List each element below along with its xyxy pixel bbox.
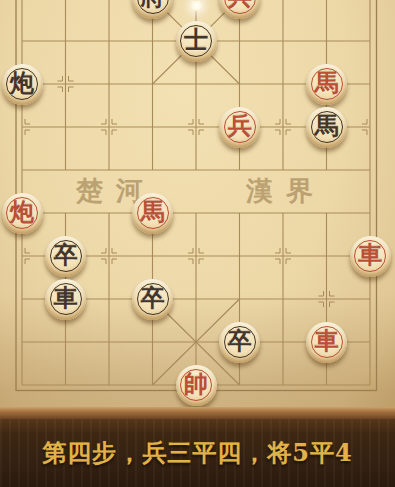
- piece-character: 車: [54, 286, 78, 310]
- piece-black-pawn[interactable]: 卒: [132, 279, 173, 320]
- piece-engraved-ring: 卒: [50, 240, 82, 272]
- piece-engraved-ring: 馬: [311, 68, 343, 100]
- xiangqi-screen: 楚河 漢界 將兵士炮馬兵馬炮馬卒車車卒卒車帥 第四步，兵三平四，将5平4: [0, 0, 395, 487]
- piece-engraved-ring: 炮: [6, 197, 38, 229]
- piece-red-chariot[interactable]: 車: [306, 322, 347, 363]
- piece-engraved-ring: 卒: [224, 326, 256, 358]
- piece-character: 卒: [141, 286, 165, 310]
- piece-red-general[interactable]: 帥: [176, 365, 217, 406]
- piece-red-chariot[interactable]: 車: [350, 236, 391, 277]
- piece-engraved-ring: 帥: [180, 369, 212, 401]
- piece-red-horse[interactable]: 馬: [306, 64, 347, 105]
- piece-character: 兵: [228, 0, 252, 9]
- piece-engraved-ring: 兵: [224, 0, 256, 14]
- piece-character: 炮: [10, 71, 34, 95]
- piece-red-horse[interactable]: 馬: [132, 193, 173, 234]
- piece-character: 卒: [228, 329, 252, 353]
- piece-engraved-ring: 卒: [137, 283, 169, 315]
- piece-black-horse[interactable]: 馬: [306, 107, 347, 148]
- caption-bar: 第四步，兵三平四，将5平4: [0, 419, 395, 487]
- piece-engraved-ring: 馬: [311, 111, 343, 143]
- piece-black-pawn[interactable]: 卒: [45, 236, 86, 277]
- piece-engraved-ring: 車: [354, 240, 386, 272]
- piece-character: 士: [184, 28, 208, 52]
- piece-character: 兵: [228, 114, 252, 138]
- last-move-from-marker: [191, 0, 202, 11]
- piece-red-pawn[interactable]: 兵: [219, 0, 260, 19]
- piece-character: 車: [358, 243, 382, 267]
- piece-red-cannon[interactable]: 炮: [2, 193, 43, 234]
- piece-engraved-ring: 車: [311, 326, 343, 358]
- piece-engraved-ring: 兵: [224, 111, 256, 143]
- piece-black-general[interactable]: 將: [132, 0, 173, 19]
- piece-red-pawn[interactable]: 兵: [219, 107, 260, 148]
- board-front-edge: [0, 407, 395, 419]
- piece-black-pawn[interactable]: 卒: [219, 322, 260, 363]
- piece-character: 馬: [315, 71, 339, 95]
- piece-black-advisor[interactable]: 士: [176, 21, 217, 62]
- piece-engraved-ring: 士: [180, 25, 212, 57]
- piece-character: 車: [315, 329, 339, 353]
- piece-character: 炮: [10, 200, 34, 224]
- piece-character: 馬: [141, 200, 165, 224]
- piece-engraved-ring: 炮: [6, 68, 38, 100]
- board-grid[interactable]: 將兵士炮馬兵馬炮馬卒車車卒卒車帥: [0, 0, 392, 407]
- piece-character: 馬: [315, 114, 339, 138]
- piece-engraved-ring: 馬: [137, 197, 169, 229]
- piece-engraved-ring: 將: [137, 0, 169, 14]
- piece-black-chariot[interactable]: 車: [45, 279, 86, 320]
- piece-character: 將: [141, 0, 165, 9]
- piece-engraved-ring: 車: [50, 283, 82, 315]
- piece-black-cannon[interactable]: 炮: [2, 64, 43, 105]
- piece-character: 卒: [54, 243, 78, 267]
- piece-character: 帥: [184, 372, 208, 396]
- xiangqi-board: 楚河 漢界 將兵士炮馬兵馬炮馬卒車車卒卒車帥: [0, 0, 395, 407]
- move-caption: 第四步，兵三平四，将5平4: [42, 437, 352, 469]
